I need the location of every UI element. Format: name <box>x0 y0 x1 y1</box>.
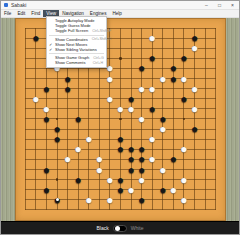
intersection[interactable] <box>210 104 221 114</box>
black-stone: ● <box>62 83 74 95</box>
intersection[interactable] <box>200 114 211 124</box>
intersection[interactable] <box>189 164 200 174</box>
white-stone: ● <box>146 83 158 95</box>
intersection[interactable] <box>126 43 137 53</box>
intersection[interactable] <box>52 164 63 174</box>
intersection[interactable] <box>115 63 126 73</box>
white-stone: ● <box>189 103 201 115</box>
star-point <box>119 57 121 59</box>
intersection[interactable] <box>210 114 221 124</box>
intersection[interactable]: ● <box>147 84 158 94</box>
menu-help[interactable]: Help <box>109 10 124 17</box>
intersection[interactable] <box>20 104 31 114</box>
intersection[interactable] <box>200 33 211 43</box>
intersection[interactable] <box>210 195 221 205</box>
intersection[interactable] <box>210 94 221 104</box>
white-stone: ● <box>146 32 158 44</box>
intersection[interactable] <box>20 43 31 53</box>
player-toggle[interactable] <box>113 225 127 232</box>
intersection[interactable] <box>158 94 169 104</box>
intersection[interactable] <box>105 114 116 124</box>
black-stone: ● <box>72 174 84 186</box>
intersection[interactable]: ● <box>179 144 190 154</box>
menu-item-label: Toggle Full Screen <box>55 28 88 33</box>
black-stone: ● <box>72 113 84 125</box>
intersection[interactable]: ● <box>136 63 147 73</box>
intersection[interactable] <box>73 74 84 84</box>
intersection[interactable] <box>31 144 42 154</box>
intersection[interactable] <box>210 185 221 195</box>
intersection[interactable] <box>210 43 221 53</box>
black-stone: ● <box>146 52 158 64</box>
intersection[interactable]: ● <box>105 74 116 84</box>
intersection[interactable] <box>83 84 94 94</box>
black-stone: ● <box>30 32 42 44</box>
black-stone: ● <box>136 62 148 74</box>
app-icon <box>4 3 8 7</box>
black-stone: ● <box>136 194 148 206</box>
content-area: ●●●●●●●●●●●●●●●●●●●●●●●●●●●●●●●●●●●●●●●●… <box>1 18 239 221</box>
intersection[interactable] <box>168 205 179 215</box>
intersection[interactable]: ● <box>83 134 94 144</box>
intersection[interactable] <box>200 134 211 144</box>
intersection[interactable] <box>126 124 137 134</box>
intersection[interactable] <box>62 205 73 215</box>
intersection[interactable]: ● <box>147 53 158 63</box>
window-title: Sabaki <box>11 2 26 8</box>
intersection[interactable] <box>210 164 221 174</box>
intersection[interactable] <box>20 175 31 185</box>
intersection[interactable]: ● <box>73 175 84 185</box>
menu-item-shortcut: Ctrl+Shift+F <box>88 29 111 33</box>
star-point <box>183 118 185 120</box>
intersection[interactable] <box>200 84 211 94</box>
intersection[interactable] <box>189 154 200 164</box>
intersection[interactable] <box>200 175 211 185</box>
intersection[interactable] <box>115 53 126 63</box>
intersection[interactable]: ● <box>83 195 94 205</box>
last-move-marker <box>56 198 59 201</box>
intersection[interactable] <box>168 124 179 134</box>
intersection[interactable] <box>189 144 200 154</box>
intersection[interactable] <box>200 104 211 114</box>
star-point <box>56 118 58 120</box>
intersection[interactable] <box>126 33 137 43</box>
menu-item-shortcut: Ctrl+G <box>89 56 103 60</box>
intersection[interactable] <box>31 205 42 215</box>
intersection[interactable] <box>189 195 200 205</box>
intersection[interactable] <box>126 23 137 33</box>
intersection[interactable] <box>158 23 169 33</box>
intersection[interactable]: ● <box>179 53 190 63</box>
intersection[interactable] <box>20 205 31 215</box>
bottom-bar: Black White <box>1 221 239 234</box>
white-player-label: White <box>131 225 144 231</box>
menu-separator <box>49 53 104 54</box>
intersection[interactable] <box>158 205 169 215</box>
intersection[interactable] <box>52 175 63 185</box>
intersection[interactable] <box>158 33 169 43</box>
white-stone: ● <box>157 123 169 135</box>
background-texture-right <box>226 18 239 221</box>
intersection[interactable] <box>41 144 52 154</box>
white-stone: ● <box>136 113 148 125</box>
intersection[interactable] <box>210 53 221 63</box>
white-stone: ● <box>189 83 201 95</box>
intersection[interactable] <box>94 205 105 215</box>
intersection[interactable] <box>210 154 221 164</box>
intersection[interactable]: ● <box>158 164 169 174</box>
menu-item-show-sibling-variations[interactable]: ✓Show Sibling Variations <box>47 47 106 52</box>
intersection[interactable] <box>20 53 31 63</box>
intersection[interactable]: ● <box>179 175 190 185</box>
intersection[interactable]: ● <box>105 195 116 205</box>
intersection[interactable] <box>189 205 200 215</box>
white-stone: ● <box>136 174 148 186</box>
white-stone: ● <box>83 194 95 206</box>
intersection[interactable] <box>94 124 105 134</box>
title-bar: Sabaki –□× <box>1 1 239 10</box>
intersection[interactable] <box>200 63 211 73</box>
intersection[interactable] <box>83 175 94 185</box>
intersection[interactable] <box>210 144 221 154</box>
intersection[interactable] <box>147 195 158 205</box>
intersection[interactable] <box>31 134 42 144</box>
intersection[interactable] <box>147 205 158 215</box>
intersection[interactable] <box>20 195 31 205</box>
intersection[interactable] <box>115 23 126 33</box>
intersection[interactable] <box>83 104 94 114</box>
menu-bar: FileEditFindViewNavigationEnginesHelp <box>1 10 239 18</box>
intersection[interactable]: ● <box>136 175 147 185</box>
white-stone: ● <box>146 133 158 145</box>
intersection[interactable] <box>189 63 200 73</box>
intersection[interactable] <box>200 185 211 195</box>
intersection[interactable] <box>200 144 211 154</box>
intersection[interactable] <box>200 154 211 164</box>
intersection[interactable] <box>41 205 52 215</box>
close-button[interactable]: × <box>226 1 239 9</box>
intersection[interactable]: ● <box>73 144 84 154</box>
intersection[interactable] <box>210 84 221 94</box>
intersection[interactable]: ● <box>136 114 147 124</box>
background-texture-left <box>1 18 15 221</box>
white-stone: ● <box>104 73 116 85</box>
intersection[interactable]: ● <box>189 84 200 94</box>
intersection[interactable] <box>115 205 126 215</box>
intersection[interactable] <box>189 175 200 185</box>
intersection[interactable]: ● <box>189 124 200 134</box>
intersection[interactable] <box>20 164 31 174</box>
intersection[interactable]: ● <box>31 33 42 43</box>
intersection[interactable] <box>83 74 94 84</box>
intersection[interactable]: ● <box>62 84 73 94</box>
intersection[interactable] <box>52 94 63 104</box>
intersection[interactable] <box>210 175 221 185</box>
intersection[interactable]: ● <box>52 134 63 144</box>
intersection[interactable] <box>210 124 221 134</box>
intersection[interactable] <box>168 33 179 43</box>
star-point <box>56 178 58 180</box>
intersection[interactable] <box>210 205 221 215</box>
intersection[interactable] <box>31 195 42 205</box>
intersection[interactable] <box>20 134 31 144</box>
white-stone: ● <box>178 143 190 155</box>
app-window: Sabaki –□× FileEditFindViewNavigationEng… <box>0 0 240 235</box>
intersection[interactable] <box>73 94 84 104</box>
intersection[interactable] <box>94 104 105 114</box>
intersection[interactable] <box>20 74 31 84</box>
menu-item-shortcut: Ctrl+H <box>89 61 103 65</box>
intersection[interactable] <box>20 114 31 124</box>
intersection[interactable] <box>52 104 63 114</box>
intersection[interactable] <box>20 185 31 195</box>
menu-item-label: Show Comments <box>55 60 85 65</box>
intersection[interactable]: ● <box>41 164 52 174</box>
intersection[interactable] <box>115 74 126 84</box>
white-stone: ● <box>157 164 169 176</box>
intersection[interactable]: ● <box>158 124 169 134</box>
intersection[interactable] <box>94 134 105 144</box>
maximize-button[interactable]: □ <box>213 1 226 9</box>
white-stone: ● <box>189 42 201 54</box>
intersection[interactable]: ● <box>136 195 147 205</box>
intersection[interactable]: ● <box>179 195 190 205</box>
intersection[interactable] <box>210 134 221 144</box>
menu-edit[interactable]: Edit <box>14 10 28 17</box>
intersection[interactable] <box>20 154 31 164</box>
intersection[interactable]: ● <box>147 134 158 144</box>
intersection[interactable] <box>200 23 211 33</box>
intersection[interactable] <box>200 74 211 84</box>
intersection[interactable] <box>126 205 137 215</box>
intersection[interactable]: ● <box>73 114 84 124</box>
intersection[interactable] <box>73 84 84 94</box>
intersection[interactable] <box>200 205 211 215</box>
intersection[interactable]: ● <box>189 43 200 53</box>
intersection[interactable] <box>200 164 211 174</box>
intersection[interactable] <box>200 94 211 104</box>
intersection[interactable] <box>83 114 94 124</box>
intersection[interactable] <box>210 33 221 43</box>
player-toggle-knob <box>115 226 120 231</box>
intersection[interactable] <box>94 114 105 124</box>
white-stone: ● <box>83 133 95 145</box>
intersection[interactable]: ● <box>41 84 52 94</box>
intersection[interactable] <box>62 185 73 195</box>
minimize-button[interactable]: – <box>200 1 213 9</box>
intersection[interactable] <box>158 43 169 53</box>
white-stone: ● <box>178 174 190 186</box>
intersection[interactable] <box>200 124 211 134</box>
intersection[interactable] <box>189 185 200 195</box>
white-stone: ● <box>178 194 190 206</box>
intersection[interactable] <box>168 104 179 114</box>
black-stone: ● <box>178 52 190 64</box>
view-menu-dropdown: Toggle Autoplay ModeToggle Guess ModeTog… <box>46 16 107 68</box>
intersection[interactable] <box>210 74 221 84</box>
intersection[interactable] <box>168 114 179 124</box>
menu-item-shortcut: Ctrl+Shift+C <box>88 37 112 41</box>
intersection[interactable] <box>62 195 73 205</box>
star-point <box>119 118 121 120</box>
intersection[interactable] <box>168 23 179 33</box>
intersection[interactable] <box>31 124 42 134</box>
intersection[interactable] <box>20 124 31 134</box>
black-player-label: Black <box>96 225 108 231</box>
intersection[interactable] <box>62 124 73 134</box>
menu-item-show-comments[interactable]: Show CommentsCtrl+H <box>47 60 106 65</box>
intersection[interactable] <box>83 94 94 104</box>
intersection[interactable]: ● <box>189 104 200 114</box>
intersection[interactable]: ● <box>168 154 179 164</box>
intersection[interactable] <box>31 53 42 63</box>
black-stone: ● <box>40 83 52 95</box>
intersection[interactable] <box>210 23 221 33</box>
intersection[interactable] <box>115 33 126 43</box>
menu-file[interactable]: File <box>1 10 14 17</box>
black-stone: ● <box>40 164 52 176</box>
intersection[interactable] <box>210 63 221 73</box>
intersection[interactable] <box>20 63 31 73</box>
black-stone: ● <box>51 133 63 145</box>
window-controls: –□× <box>200 1 239 9</box>
menu-item-toggle-full-screen[interactable]: Toggle Full ScreenCtrl+Shift+F <box>47 28 106 33</box>
intersection[interactable] <box>200 195 211 205</box>
intersection[interactable] <box>115 43 126 53</box>
intersection[interactable] <box>200 53 211 63</box>
white-stone: ● <box>104 194 116 206</box>
menu-find[interactable]: Find <box>28 10 43 17</box>
black-stone: ● <box>189 123 201 135</box>
intersection[interactable]: ● <box>147 33 158 43</box>
checkmark-icon: ✓ <box>49 47 52 52</box>
white-stone: ● <box>62 153 74 165</box>
menu-separator <box>49 35 104 36</box>
menu-item-label: Show Sibling Variations <box>55 47 97 52</box>
intersection[interactable] <box>73 205 84 215</box>
intersection[interactable] <box>20 144 31 154</box>
intersection[interactable]: ● <box>62 154 73 164</box>
black-stone: ● <box>167 153 179 165</box>
intersection[interactable]: ● <box>52 195 63 205</box>
white-stone: ● <box>72 143 84 155</box>
intersection[interactable] <box>31 63 42 73</box>
intersection[interactable] <box>105 154 116 164</box>
intersection[interactable] <box>200 43 211 53</box>
